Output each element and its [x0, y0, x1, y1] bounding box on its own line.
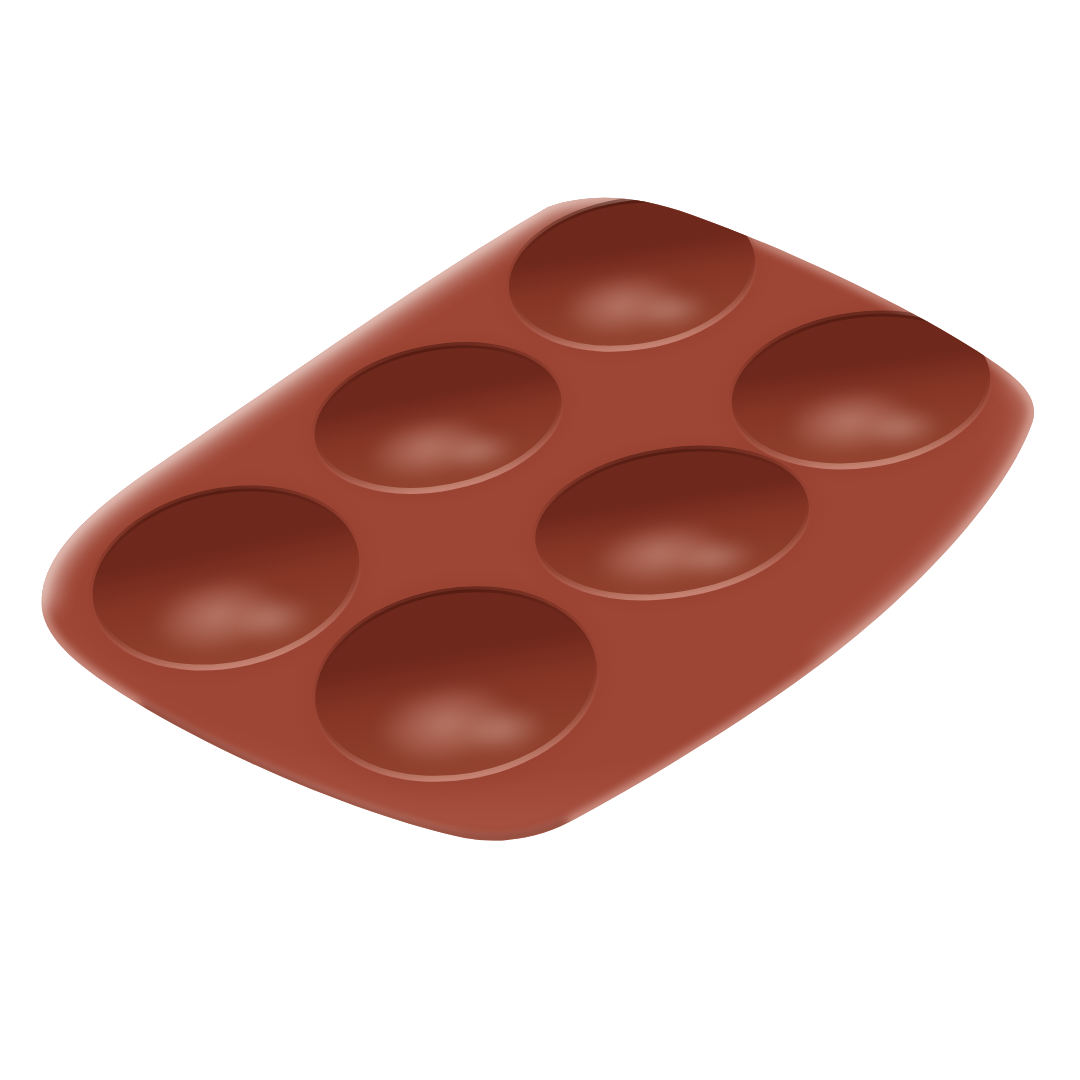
mold-photo-canvas: [0, 0, 1080, 1080]
product-photo: [0, 0, 1080, 1080]
